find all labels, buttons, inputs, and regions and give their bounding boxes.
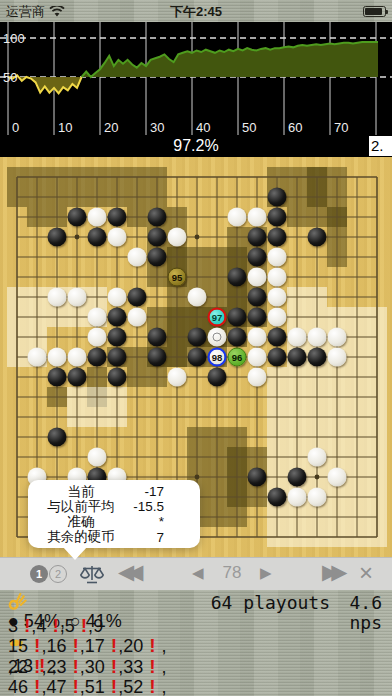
stone-black[interactable] xyxy=(108,208,127,227)
stone-black[interactable] xyxy=(68,368,87,387)
stone-numbered-97[interactable]: 97 xyxy=(208,308,227,327)
stone-black[interactable] xyxy=(48,368,67,387)
stone-white[interactable] xyxy=(288,488,307,507)
winrate-chart[interactable]: 10050010203040506070 xyxy=(0,22,392,135)
mistake-icon: ! xyxy=(80,615,88,636)
stone-black[interactable] xyxy=(248,228,267,247)
stone-black[interactable] xyxy=(48,228,67,247)
svg-text:50: 50 xyxy=(3,70,17,85)
scales-icon[interactable] xyxy=(80,564,104,585)
stone-black[interactable] xyxy=(288,468,307,487)
stone-black[interactable] xyxy=(108,328,127,347)
stone-black[interactable] xyxy=(248,248,267,267)
app-screen: 运营商 下午2:45 10050010203040506070 97.2% 2.… xyxy=(0,0,392,696)
stone-white[interactable] xyxy=(88,208,107,227)
stone-white[interactable] xyxy=(108,288,127,307)
stone-white[interactable] xyxy=(168,368,187,387)
stone-black[interactable] xyxy=(248,288,267,307)
popup-value: * xyxy=(124,514,164,529)
stone-white[interactable] xyxy=(328,348,347,367)
stone-white[interactable] xyxy=(228,208,247,227)
circle-marker xyxy=(213,333,222,342)
popup-label: 其余的硬币 xyxy=(38,528,124,546)
stone-black[interactable] xyxy=(148,248,167,267)
stone-black[interactable] xyxy=(248,308,267,327)
winrate-value: 97.2% xyxy=(173,137,218,154)
move-number[interactable]: 5 xyxy=(65,616,75,636)
move-number[interactable]: 17 xyxy=(85,636,105,656)
stone-white[interactable] xyxy=(268,308,287,327)
svg-text:60: 60 xyxy=(288,120,302,135)
stone-white[interactable] xyxy=(48,288,67,307)
playouts-label: 64 playouts xyxy=(211,592,330,613)
stone-white[interactable] xyxy=(248,328,267,347)
stone-numbered-96[interactable]: 96 xyxy=(228,348,247,367)
svg-text:70: 70 xyxy=(334,120,348,135)
popup-value: 7 xyxy=(124,530,164,545)
stone-white-circle-marked[interactable] xyxy=(208,328,227,347)
svg-text:0: 0 xyxy=(12,120,19,135)
svg-text:10: 10 xyxy=(58,120,72,135)
popup-value: -17 xyxy=(124,484,164,499)
popup-value: -15.5 xyxy=(124,499,164,514)
stone-black[interactable] xyxy=(188,348,207,367)
stone-white[interactable] xyxy=(308,328,327,347)
move-number[interactable]: 23 xyxy=(46,657,66,677)
status-bar: 运营商 下午2:45 xyxy=(0,0,392,22)
move-number[interactable]: 30 xyxy=(85,657,105,677)
mistake-icon: ! xyxy=(51,615,59,636)
mistake-line: 22 !,23 !,30 !,33 ! , xyxy=(8,656,167,678)
stone-numbered-98[interactable]: 98 xyxy=(208,348,227,367)
winrate-bar: 97.2% 2. xyxy=(0,135,392,157)
stone-white[interactable] xyxy=(248,208,267,227)
stone-black[interactable] xyxy=(108,348,127,367)
stone-white[interactable] xyxy=(108,228,127,247)
stone-black[interactable] xyxy=(128,288,147,307)
stone-white[interactable] xyxy=(308,488,327,507)
stone-white[interactable] xyxy=(88,308,107,327)
stone-white[interactable] xyxy=(88,448,107,467)
stone-black[interactable] xyxy=(308,348,327,367)
stone-black[interactable] xyxy=(48,428,67,447)
move-number[interactable]: 46 xyxy=(8,677,28,696)
move-number[interactable]: 4 xyxy=(36,616,46,636)
stone-white[interactable] xyxy=(248,368,267,387)
stone-black[interactable] xyxy=(268,488,287,507)
mistake-icon: ! xyxy=(71,676,79,696)
stone-white[interactable] xyxy=(128,248,147,267)
svg-text:20: 20 xyxy=(104,120,118,135)
mistake-icon: ! xyxy=(148,656,156,677)
stone-black[interactable] xyxy=(88,348,107,367)
mistake-icon: ! xyxy=(148,635,156,656)
mistake-icon: ! xyxy=(71,656,79,677)
svg-text:30: 30 xyxy=(150,120,164,135)
stone-white[interactable] xyxy=(68,348,87,367)
mistake-icon: ! xyxy=(23,615,31,636)
stone-white[interactable] xyxy=(248,268,267,287)
move-number[interactable]: 51 xyxy=(85,677,105,696)
popup-tail xyxy=(62,546,88,560)
stone-white[interactable] xyxy=(28,348,47,367)
stone-black[interactable] xyxy=(268,348,287,367)
stone-white[interactable] xyxy=(168,228,187,247)
stone-numbered-95[interactable]: 95 xyxy=(168,268,187,287)
stone-black[interactable] xyxy=(148,328,167,347)
battery-icon xyxy=(363,6,386,17)
stone-black[interactable] xyxy=(308,228,327,247)
move-number[interactable]: 47 xyxy=(46,677,66,696)
score-popup: 当前 -17 与以前平均 -15.5 准确 * 其余的硬币 7 xyxy=(28,480,200,548)
stone-black[interactable] xyxy=(188,328,207,347)
stone-white[interactable] xyxy=(68,288,87,307)
stone-white[interactable] xyxy=(128,308,147,327)
move-numbers-icon[interactable]: 1 2 xyxy=(30,565,67,583)
stone-black[interactable] xyxy=(288,348,307,367)
stone-black[interactable] xyxy=(268,188,287,207)
stone-black[interactable] xyxy=(148,208,167,227)
mistake-icon: ! xyxy=(33,656,41,677)
svg-text:100: 100 xyxy=(3,31,25,46)
close-icon[interactable]: × xyxy=(359,559,373,587)
mistake-line: 15 !,16 !,17 !,20 ! , xyxy=(8,635,167,657)
mistake-icon: ! xyxy=(110,656,118,677)
mistake-icon: ! xyxy=(33,635,41,656)
stone-white[interactable] xyxy=(188,288,207,307)
rewind-icon[interactable]: ◀◀ xyxy=(118,560,135,584)
stone-white[interactable] xyxy=(288,328,307,347)
stone-black[interactable] xyxy=(68,208,87,227)
stone-black[interactable] xyxy=(108,368,127,387)
stone-black[interactable] xyxy=(88,228,107,247)
stone-black[interactable] xyxy=(148,228,167,247)
mistake-icon: ! xyxy=(33,676,41,696)
stone-black[interactable] xyxy=(268,328,287,347)
fast-forward-icon[interactable]: ▶▶ xyxy=(322,560,339,584)
mistake-icon: ! xyxy=(110,676,118,696)
popup-row: 其余的硬币 7 xyxy=(38,530,200,545)
stone-white[interactable] xyxy=(248,348,267,367)
stone-white[interactable] xyxy=(268,248,287,267)
nps-unit: nps xyxy=(349,612,382,633)
nps-value: 4.6 xyxy=(349,592,382,613)
move-number[interactable]: 9 xyxy=(93,616,103,636)
stone-white[interactable] xyxy=(328,328,347,347)
mistake-icon: ! xyxy=(148,676,156,696)
stone-black[interactable] xyxy=(228,308,247,327)
bottom-toolbar: 1 2 ◀◀ ◀ 78 ▶ ▶▶ × xyxy=(0,557,392,590)
stone-white[interactable] xyxy=(328,468,347,487)
ok-hand-icon xyxy=(8,592,27,611)
move-number[interactable]: 33 xyxy=(123,657,143,677)
stone-black[interactable] xyxy=(108,308,127,327)
svg-text:40: 40 xyxy=(196,120,210,135)
move-number[interactable]: 22 xyxy=(8,657,28,677)
engine-info-panel: ● 54%, ○ 41% 64 playouts 4.6 nps 3 !,4 !… xyxy=(0,590,392,696)
stone-black[interactable] xyxy=(148,348,167,367)
move-number[interactable]: 15 xyxy=(8,636,28,656)
stone-white[interactable] xyxy=(268,268,287,287)
move-number[interactable]: 3 xyxy=(8,616,18,636)
stone-white[interactable] xyxy=(268,288,287,307)
stone-white[interactable] xyxy=(88,328,107,347)
stone-white[interactable] xyxy=(308,448,327,467)
stone-black[interactable] xyxy=(268,208,287,227)
stone-white[interactable] xyxy=(48,348,67,367)
mistake-icon: ! xyxy=(71,635,79,656)
mistake-icon: ! xyxy=(110,635,118,656)
score-box: 2. xyxy=(369,136,392,156)
step-back-icon[interactable]: ◀ xyxy=(192,564,204,582)
move-number[interactable]: 16 xyxy=(46,636,66,656)
mistake-line: 46 !,47 !,51 !,52 ! , xyxy=(8,676,167,696)
stone-black[interactable] xyxy=(208,368,227,387)
status-time: 下午2:45 xyxy=(0,3,392,21)
stone-black[interactable] xyxy=(228,268,247,287)
move-number[interactable]: 20 xyxy=(123,636,143,656)
stone-black[interactable] xyxy=(268,228,287,247)
svg-text:50: 50 xyxy=(242,120,256,135)
move-number: 78 xyxy=(214,563,250,583)
step-forward-icon[interactable]: ▶ xyxy=(260,564,272,582)
move-number[interactable]: 52 xyxy=(123,677,143,696)
stone-black[interactable] xyxy=(228,328,247,347)
stone-black[interactable] xyxy=(248,468,267,487)
